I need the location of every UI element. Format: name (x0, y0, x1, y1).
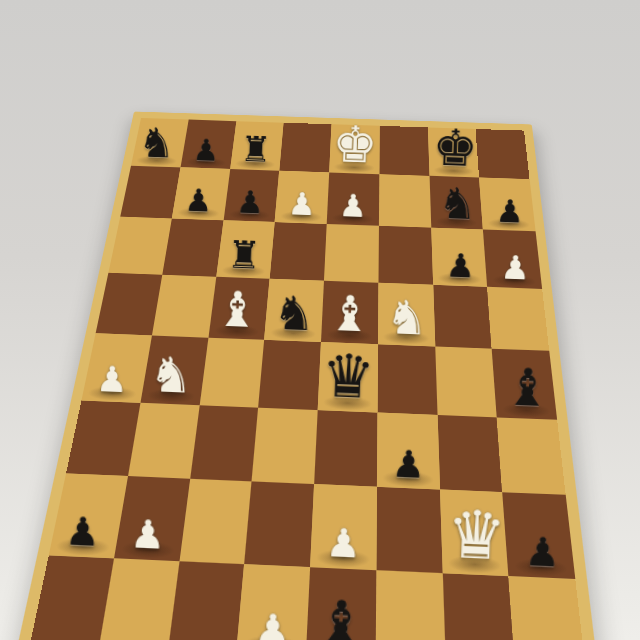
square-c2[interactable] (179, 479, 252, 564)
chess-board-mat: ♞♟♜♚♚♟♟♟♟♞♟♜♟♟♝♞♝♞♟♞♛♝♟♟♟♟♛♟♟♝ (15, 112, 600, 640)
piece-white-king[interactable]: ♚ (332, 119, 379, 170)
piece-black-queen[interactable]: ♛ (321, 345, 377, 407)
square-a4[interactable]: ♟ (82, 333, 152, 402)
square-f8[interactable] (379, 126, 429, 176)
piece-black-pawn[interactable]: ♟ (184, 184, 213, 216)
piece-white-knight[interactable]: ♞ (385, 293, 429, 342)
piece-black-pawn[interactable]: ♟ (391, 445, 426, 484)
piece-white-queen[interactable]: ♛ (445, 501, 507, 570)
piece-black-pawn[interactable]: ♟ (236, 186, 265, 218)
piece-white-pawn[interactable]: ♟ (326, 522, 363, 563)
piece-black-knight[interactable]: ♞ (437, 181, 477, 225)
piece-white-pawn[interactable]: ♟ (339, 190, 368, 222)
square-g8[interactable]: ♚ (428, 127, 480, 177)
square-e8[interactable]: ♚ (329, 124, 379, 174)
square-a7[interactable] (120, 165, 180, 218)
square-c6[interactable]: ♜ (216, 220, 275, 278)
square-b8[interactable]: ♟ (180, 120, 236, 169)
square-e3[interactable] (314, 410, 377, 487)
square-c7[interactable]: ♟ (223, 169, 279, 222)
square-b3[interactable] (128, 402, 200, 478)
square-g4[interactable] (435, 346, 497, 416)
square-e4[interactable]: ♛ (318, 342, 378, 412)
square-d6[interactable] (270, 222, 327, 280)
square-f3[interactable]: ♟ (377, 412, 440, 489)
square-c1[interactable] (167, 561, 244, 640)
piece-white-pawn[interactable]: ♟ (287, 188, 316, 220)
piece-white-pawn[interactable]: ♟ (96, 360, 129, 397)
square-h5[interactable] (487, 286, 549, 350)
square-h1[interactable] (509, 576, 586, 640)
square-e6[interactable] (324, 224, 379, 282)
piece-black-pawn[interactable]: ♟ (524, 531, 561, 572)
table-background: ♞♟♜♚♚♟♟♟♟♞♟♜♟♟♝♞♝♞♟♞♛♝♟♟♟♟♛♟♟♝ (0, 0, 640, 640)
chess-board[interactable]: ♞♟♜♚♚♟♟♟♟♞♟♜♟♟♝♞♝♞♟♞♛♝♟♟♟♟♛♟♟♝ (30, 118, 586, 640)
square-h4[interactable]: ♝ (492, 349, 557, 420)
square-c5[interactable]: ♝ (208, 276, 270, 339)
square-a8[interactable]: ♞ (131, 118, 188, 167)
square-e1[interactable]: ♝ (306, 567, 376, 640)
square-h6[interactable]: ♟ (483, 229, 542, 288)
square-h3[interactable] (497, 417, 566, 495)
square-g2[interactable]: ♛ (439, 489, 508, 575)
square-d5[interactable]: ♞ (264, 278, 324, 342)
piece-black-pawn[interactable]: ♟ (445, 248, 475, 282)
piece-black-knight[interactable]: ♞ (138, 121, 176, 163)
square-b2[interactable]: ♟ (114, 476, 190, 561)
square-c4[interactable] (199, 338, 264, 408)
square-g5[interactable] (433, 284, 492, 348)
piece-white-bishop[interactable]: ♝ (328, 289, 374, 340)
square-e2[interactable]: ♟ (310, 484, 377, 569)
square-c3[interactable] (190, 405, 259, 482)
square-h8[interactable] (476, 129, 530, 179)
square-g1[interactable] (442, 573, 515, 640)
square-g6[interactable]: ♟ (431, 228, 487, 287)
piece-black-pawn[interactable]: ♟ (192, 134, 220, 165)
square-b5[interactable] (152, 274, 216, 337)
square-f4[interactable] (377, 344, 437, 414)
piece-white-bishop[interactable]: ♝ (215, 285, 260, 335)
piece-black-king[interactable]: ♚ (431, 122, 478, 174)
square-f6[interactable] (378, 226, 432, 285)
piece-black-pawn[interactable]: ♟ (65, 511, 101, 552)
square-g3[interactable] (437, 414, 502, 492)
square-b4[interactable]: ♞ (140, 335, 208, 404)
piece-black-bishop[interactable]: ♝ (314, 592, 370, 640)
square-d2[interactable] (244, 481, 314, 566)
piece-white-pawn[interactable]: ♟ (500, 250, 531, 284)
square-c8[interactable]: ♜ (230, 121, 284, 170)
square-f1[interactable] (375, 570, 445, 640)
square-a1[interactable] (30, 555, 114, 640)
square-f7[interactable] (379, 174, 431, 228)
piece-black-bishop[interactable]: ♝ (503, 361, 551, 414)
piece-black-rook[interactable]: ♜ (239, 131, 272, 167)
square-a5[interactable] (96, 272, 162, 335)
square-a6[interactable] (108, 217, 171, 275)
square-d8[interactable] (279, 123, 331, 172)
piece-white-pawn[interactable]: ♟ (253, 608, 292, 640)
square-h7[interactable]: ♟ (479, 177, 535, 231)
square-e5[interactable]: ♝ (321, 280, 378, 344)
square-d4[interactable] (258, 340, 321, 410)
square-f5[interactable]: ♞ (378, 282, 435, 346)
square-b6[interactable] (162, 218, 223, 276)
square-g7[interactable]: ♞ (429, 175, 483, 229)
piece-black-pawn[interactable]: ♟ (495, 195, 524, 227)
square-d3[interactable] (252, 407, 318, 484)
square-h2[interactable]: ♟ (502, 492, 575, 578)
square-b7[interactable]: ♟ (172, 167, 230, 220)
piece-white-pawn[interactable]: ♟ (130, 513, 166, 554)
piece-black-rook[interactable]: ♜ (226, 235, 261, 274)
piece-black-knight[interactable]: ♞ (272, 289, 316, 337)
square-d7[interactable]: ♟ (275, 170, 329, 224)
square-e7[interactable]: ♟ (327, 172, 379, 226)
piece-white-knight[interactable]: ♞ (149, 349, 194, 400)
square-d1[interactable]: ♟ (236, 564, 310, 640)
square-f2[interactable] (376, 487, 442, 573)
